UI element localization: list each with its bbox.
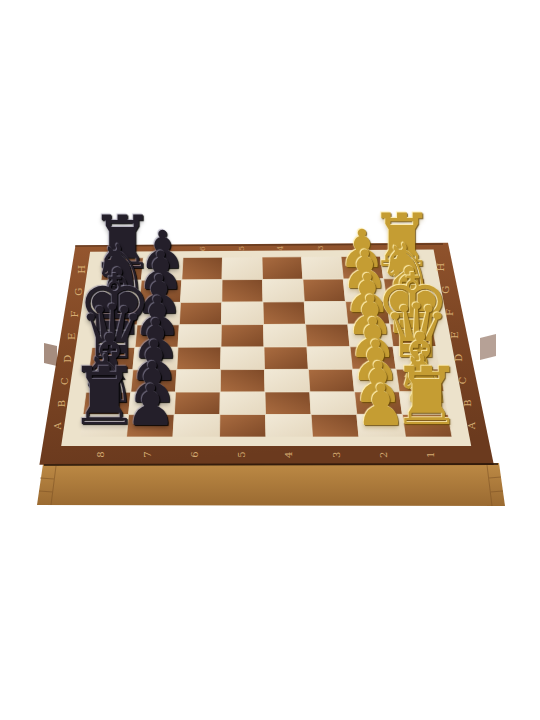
square-f4[interactable]: [263, 302, 306, 325]
coord-file-left-A: A: [52, 421, 63, 430]
square-f6[interactable]: [179, 302, 222, 325]
coord-rank-front-2: 2: [378, 452, 389, 458]
square-g3[interactable]: [303, 279, 346, 302]
square-c3[interactable]: [308, 369, 354, 392]
square-c6[interactable]: [176, 370, 221, 393]
square-a3[interactable]: [311, 414, 359, 437]
coord-rank-front-1: 1: [425, 452, 436, 458]
square-d4[interactable]: [264, 347, 308, 370]
coord-file-right-B: B: [462, 399, 473, 406]
coord-file-right-A: A: [466, 421, 477, 430]
piece-black-pawn-a7[interactable]: ♟: [125, 377, 176, 434]
square-g5[interactable]: [222, 280, 263, 303]
square-b5[interactable]: [220, 392, 266, 415]
square-h3[interactable]: [302, 257, 344, 280]
coord-file-left-E: E: [66, 333, 77, 340]
square-h5[interactable]: [222, 257, 262, 280]
coord-rank-back-4: 4: [276, 246, 285, 251]
chess-set-photo: HHGGFFEEDDCCBBAA8877665544332211 ♜♟♟♜♞♟♟…: [0, 0, 540, 720]
square-b4[interactable]: [265, 392, 311, 415]
square-b6[interactable]: [174, 392, 220, 415]
coord-rank-back-3: 3: [316, 245, 325, 250]
square-a6[interactable]: [173, 415, 220, 438]
coord-rank-back-5: 5: [237, 246, 246, 251]
coord-rank-back-6: 6: [198, 246, 207, 251]
square-f3[interactable]: [304, 302, 348, 325]
box-front: [37, 463, 505, 506]
lid-seam: [44, 464, 498, 465]
drawer-notch-left: [44, 343, 57, 366]
square-h4[interactable]: [262, 257, 303, 280]
square-d3[interactable]: [307, 347, 352, 370]
square-g6[interactable]: [181, 280, 223, 303]
coord-rank-front-4: 4: [284, 452, 295, 458]
square-e6[interactable]: [178, 325, 221, 348]
square-e4[interactable]: [264, 324, 308, 347]
square-h6[interactable]: [182, 257, 223, 280]
square-e3[interactable]: [306, 324, 350, 347]
square-d6[interactable]: [177, 347, 221, 370]
square-b3[interactable]: [310, 392, 357, 415]
coord-file-left-B: B: [56, 400, 67, 407]
coord-rank-front-6: 6: [189, 451, 200, 457]
square-c5[interactable]: [220, 370, 265, 393]
coord-rank-front-5: 5: [236, 451, 247, 457]
square-c4[interactable]: [265, 369, 310, 392]
drawer-notch-right: [480, 334, 496, 360]
coord-rank-front-7: 7: [142, 451, 153, 457]
coord-file-right-E: E: [449, 331, 460, 338]
square-a5[interactable]: [220, 415, 267, 438]
square-e5[interactable]: [221, 325, 264, 348]
square-d5[interactable]: [221, 347, 265, 370]
coord-rank-front-3: 3: [331, 452, 342, 458]
coord-rank-front-8: 8: [95, 451, 106, 457]
square-g4[interactable]: [263, 279, 305, 302]
square-a4[interactable]: [266, 415, 313, 438]
square-f5[interactable]: [221, 302, 263, 325]
piece-white-rook-a1[interactable]: ♜: [391, 357, 463, 437]
